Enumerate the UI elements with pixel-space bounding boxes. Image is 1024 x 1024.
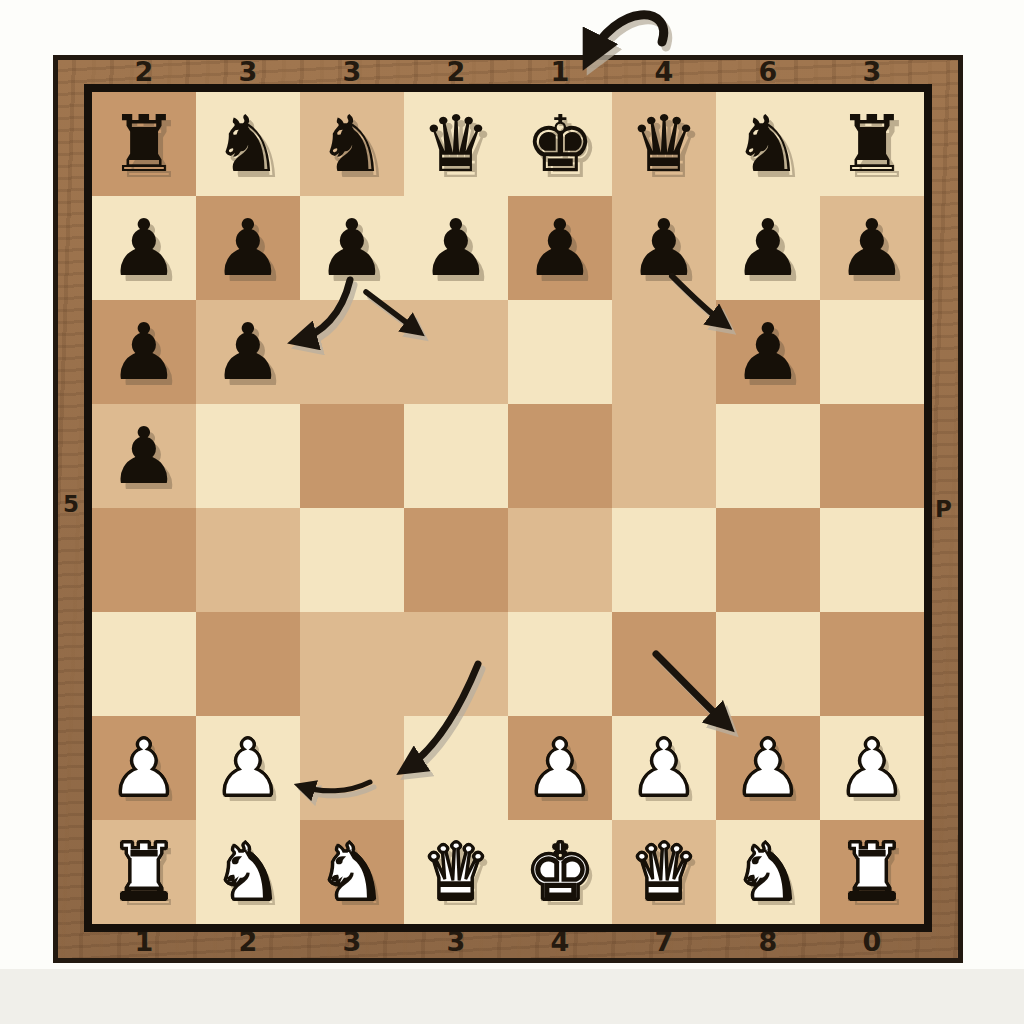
black-king: ♚ [525, 92, 595, 196]
white-pawn: ♟ [629, 716, 699, 820]
square-g3 [716, 612, 820, 716]
square-a1: ♜ [92, 820, 196, 924]
square-a8: ♜ [92, 92, 196, 196]
square-a5: ♟ [92, 404, 196, 508]
square-c8: ♞ [300, 92, 404, 196]
black-knight: ♞ [317, 92, 387, 196]
square-c6 [300, 300, 404, 404]
bottom-label-d: 3 [404, 928, 508, 958]
black-pawn: ♟ [109, 300, 179, 404]
square-e1: ♚ [508, 820, 612, 924]
bottom-label-a: 1 [92, 928, 196, 958]
black-queen: ♛ [629, 92, 699, 196]
square-a2: ♟ [92, 716, 196, 820]
bottom-label-b: 2 [196, 928, 300, 958]
square-h5 [820, 404, 924, 508]
square-b8: ♞ [196, 92, 300, 196]
square-b3 [196, 612, 300, 716]
bottom-label-c: 3 [300, 928, 404, 958]
square-h6 [820, 300, 924, 404]
white-knight: ♞ [733, 820, 803, 924]
bottom-label-e: 4 [508, 928, 612, 958]
square-a6: ♟ [92, 300, 196, 404]
square-c3 [300, 612, 404, 716]
black-pawn: ♟ [421, 196, 491, 300]
top-label-d: 2 [404, 58, 508, 86]
square-c7: ♟ [300, 196, 404, 300]
white-rook: ♜ [109, 820, 179, 924]
top-coordinates: 23321463 [92, 58, 924, 86]
black-pawn: ♟ [837, 196, 907, 300]
top-label-e: 1 [508, 58, 612, 86]
square-h8: ♜ [820, 92, 924, 196]
square-e2: ♟ [508, 716, 612, 820]
square-f3 [612, 612, 716, 716]
white-queen: ♛ [629, 820, 699, 924]
top-label-h: 3 [820, 58, 924, 86]
square-e7: ♟ [508, 196, 612, 300]
square-h2: ♟ [820, 716, 924, 820]
square-d2 [404, 716, 508, 820]
square-d7: ♟ [404, 196, 508, 300]
square-c4 [300, 508, 404, 612]
black-pawn: ♟ [213, 300, 283, 404]
black-pawn: ♟ [213, 196, 283, 300]
top-label-a: 2 [92, 58, 196, 86]
square-e8: ♚ [508, 92, 612, 196]
black-pawn: ♟ [733, 300, 803, 404]
white-knight: ♞ [213, 820, 283, 924]
white-pawn: ♟ [837, 716, 907, 820]
square-g4 [716, 508, 820, 612]
white-king: ♚ [525, 820, 595, 924]
square-f1: ♛ [612, 820, 716, 924]
square-e6 [508, 300, 612, 404]
white-pawn: ♟ [109, 716, 179, 820]
bottom-label-f: 7 [612, 928, 716, 958]
white-pawn: ♟ [525, 716, 595, 820]
square-f5 [612, 404, 716, 508]
chess-diagram: 23321463 12334780 5 P ♜♞♞♛♚♛♞♜♟♟♟♟♟♟♟♟♟♟… [0, 0, 1024, 1024]
top-label-g: 6 [716, 58, 820, 86]
square-g1: ♞ [716, 820, 820, 924]
top-label-f: 4 [612, 58, 716, 86]
background-lower-strip [0, 969, 1024, 1024]
black-pawn: ♟ [733, 196, 803, 300]
black-queen: ♛ [421, 92, 491, 196]
square-e4 [508, 508, 612, 612]
square-d8: ♛ [404, 92, 508, 196]
square-b5 [196, 404, 300, 508]
black-pawn: ♟ [317, 196, 387, 300]
square-f7: ♟ [612, 196, 716, 300]
square-f2: ♟ [612, 716, 716, 820]
square-h1: ♜ [820, 820, 924, 924]
top-label-c: 3 [300, 58, 404, 86]
white-rook: ♜ [837, 820, 907, 924]
square-a7: ♟ [92, 196, 196, 300]
square-b2: ♟ [196, 716, 300, 820]
black-pawn: ♟ [525, 196, 595, 300]
top-label-b: 3 [196, 58, 300, 86]
board-border: ♜♞♞♛♚♛♞♜♟♟♟♟♟♟♟♟♟♟♟♟♟♟♟♟♟♟♜♞♞♛♚♛♞♜ [84, 84, 932, 932]
chess-board: ♜♞♞♛♚♛♞♜♟♟♟♟♟♟♟♟♟♟♟♟♟♟♟♟♟♟♜♞♞♛♚♛♞♜ [92, 92, 924, 924]
left-coordinate: 5 [63, 491, 79, 517]
square-c2 [300, 716, 404, 820]
white-knight: ♞ [317, 820, 387, 924]
square-a4 [92, 508, 196, 612]
right-coordinate: P [935, 496, 952, 522]
square-d4 [404, 508, 508, 612]
square-d5 [404, 404, 508, 508]
bottom-label-h: 0 [820, 928, 924, 958]
square-b4 [196, 508, 300, 612]
square-h7: ♟ [820, 196, 924, 300]
white-pawn: ♟ [213, 716, 283, 820]
white-pawn: ♟ [733, 716, 803, 820]
square-b7: ♟ [196, 196, 300, 300]
square-c1: ♞ [300, 820, 404, 924]
square-d1: ♛ [404, 820, 508, 924]
square-g8: ♞ [716, 92, 820, 196]
black-pawn: ♟ [109, 404, 179, 508]
square-f8: ♛ [612, 92, 716, 196]
black-knight: ♞ [213, 92, 283, 196]
square-b6: ♟ [196, 300, 300, 404]
black-knight: ♞ [733, 92, 803, 196]
bottom-label-g: 8 [716, 928, 820, 958]
square-g7: ♟ [716, 196, 820, 300]
black-pawn: ♟ [109, 196, 179, 300]
square-g5 [716, 404, 820, 508]
hook-arrow-top [588, 15, 664, 60]
square-h3 [820, 612, 924, 716]
square-e3 [508, 612, 612, 716]
square-g6: ♟ [716, 300, 820, 404]
square-b1: ♞ [196, 820, 300, 924]
white-queen: ♛ [421, 820, 491, 924]
square-e5 [508, 404, 612, 508]
square-c5 [300, 404, 404, 508]
square-d6 [404, 300, 508, 404]
square-h4 [820, 508, 924, 612]
black-pawn: ♟ [629, 196, 699, 300]
square-g2: ♟ [716, 716, 820, 820]
square-f6 [612, 300, 716, 404]
bottom-coordinates: 12334780 [92, 928, 924, 958]
square-f4 [612, 508, 716, 612]
black-rook: ♜ [109, 92, 179, 196]
black-rook: ♜ [837, 92, 907, 196]
square-a3 [92, 612, 196, 716]
square-d3 [404, 612, 508, 716]
